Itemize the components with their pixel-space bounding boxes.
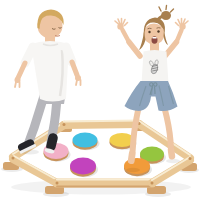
girl-hair-strand — [164, 30, 169, 45]
balance-board-scene — [0, 0, 200, 200]
girl-teeth — [152, 37, 157, 39]
beam-highlight — [64, 121, 139, 122]
girl-eye — [157, 30, 159, 32]
joint-peg — [189, 157, 192, 160]
stone-magenta — [70, 158, 96, 175]
girl-eye — [148, 31, 150, 33]
stepping-stones — [44, 133, 167, 178]
joint-peg — [56, 182, 59, 185]
boy-right-forearm — [72, 62, 77, 75]
girl-shorts — [125, 81, 178, 111]
boy-left-forearm — [18, 63, 25, 78]
product-photo — [0, 0, 200, 200]
foot-shadow — [126, 168, 140, 172]
foot-shadow — [166, 159, 180, 163]
joint-peg — [63, 123, 66, 126]
girl-left-upper-arm — [129, 42, 140, 56]
joint-peg — [12, 157, 15, 160]
girl-right-forearm — [177, 30, 182, 42]
boy-left-sleeve — [25, 47, 33, 63]
beam-top — [64, 124, 139, 125]
stone-cyan — [73, 133, 98, 148]
girl-left-forearm — [123, 30, 130, 42]
hair-bun — [161, 11, 171, 20]
joint-peg — [151, 182, 154, 185]
